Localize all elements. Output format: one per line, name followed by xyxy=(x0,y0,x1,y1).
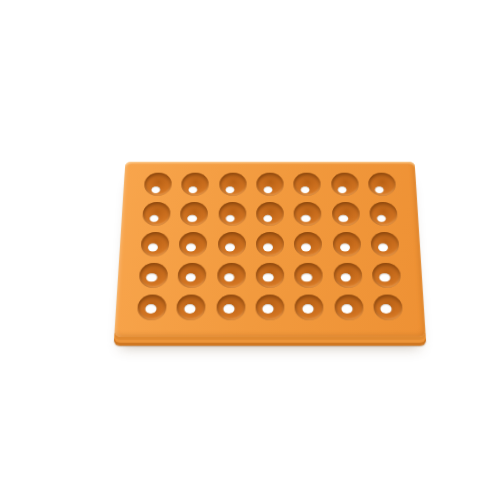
hole xyxy=(217,232,245,256)
through-hole xyxy=(187,215,197,223)
through-hole xyxy=(301,186,310,193)
through-hole xyxy=(226,186,235,193)
hole xyxy=(294,173,322,196)
through-hole xyxy=(341,304,353,314)
hole xyxy=(334,294,364,320)
through-hole xyxy=(184,304,196,314)
through-hole xyxy=(148,244,158,252)
hole xyxy=(256,232,284,256)
through-hole xyxy=(302,304,313,314)
hole xyxy=(332,232,361,256)
hole xyxy=(142,202,171,226)
through-hole xyxy=(263,273,274,282)
through-hole xyxy=(301,244,311,252)
through-hole xyxy=(225,215,235,223)
through-hole xyxy=(339,215,349,223)
through-hole xyxy=(263,215,272,223)
through-hole xyxy=(340,273,351,282)
hole xyxy=(256,263,284,288)
through-hole xyxy=(380,304,392,314)
hole xyxy=(218,202,246,226)
hole xyxy=(181,173,209,196)
through-hole xyxy=(376,215,386,223)
hole xyxy=(178,263,207,288)
hole xyxy=(177,294,207,320)
through-hole xyxy=(263,186,272,193)
through-hole xyxy=(379,273,390,282)
through-hole xyxy=(188,186,197,193)
through-hole xyxy=(378,244,388,252)
hole xyxy=(144,173,172,196)
hole-grid xyxy=(114,162,426,337)
hole xyxy=(180,202,208,226)
hole xyxy=(373,294,403,320)
hole xyxy=(217,263,246,288)
through-hole xyxy=(146,273,157,282)
through-hole xyxy=(186,244,196,252)
hole xyxy=(331,202,359,226)
through-hole xyxy=(338,186,347,193)
hole xyxy=(179,232,208,256)
hole xyxy=(141,232,170,256)
through-hole xyxy=(263,304,274,314)
hole xyxy=(139,263,169,288)
hole xyxy=(369,202,398,226)
hole xyxy=(331,173,359,196)
hole xyxy=(294,263,323,288)
through-hole xyxy=(225,244,235,252)
hole xyxy=(368,173,396,196)
through-hole xyxy=(145,304,157,314)
through-hole xyxy=(185,273,196,282)
hole xyxy=(256,173,283,196)
hole xyxy=(295,294,324,320)
hole xyxy=(294,202,322,226)
through-hole xyxy=(149,215,159,223)
through-hole xyxy=(301,215,311,223)
through-hole xyxy=(302,273,313,282)
hole xyxy=(372,263,402,288)
through-hole xyxy=(263,244,273,252)
tray-board xyxy=(114,162,426,337)
hole xyxy=(137,294,167,320)
hole xyxy=(256,202,284,226)
hole xyxy=(216,294,245,320)
hole xyxy=(256,294,285,320)
hole xyxy=(219,173,247,196)
product-photo xyxy=(0,0,500,500)
hole xyxy=(333,263,362,288)
through-hole xyxy=(151,186,160,193)
through-hole xyxy=(224,273,235,282)
through-hole xyxy=(223,304,234,314)
hole xyxy=(370,232,399,256)
through-hole xyxy=(375,186,384,193)
through-hole xyxy=(339,244,349,252)
hole xyxy=(294,232,322,256)
